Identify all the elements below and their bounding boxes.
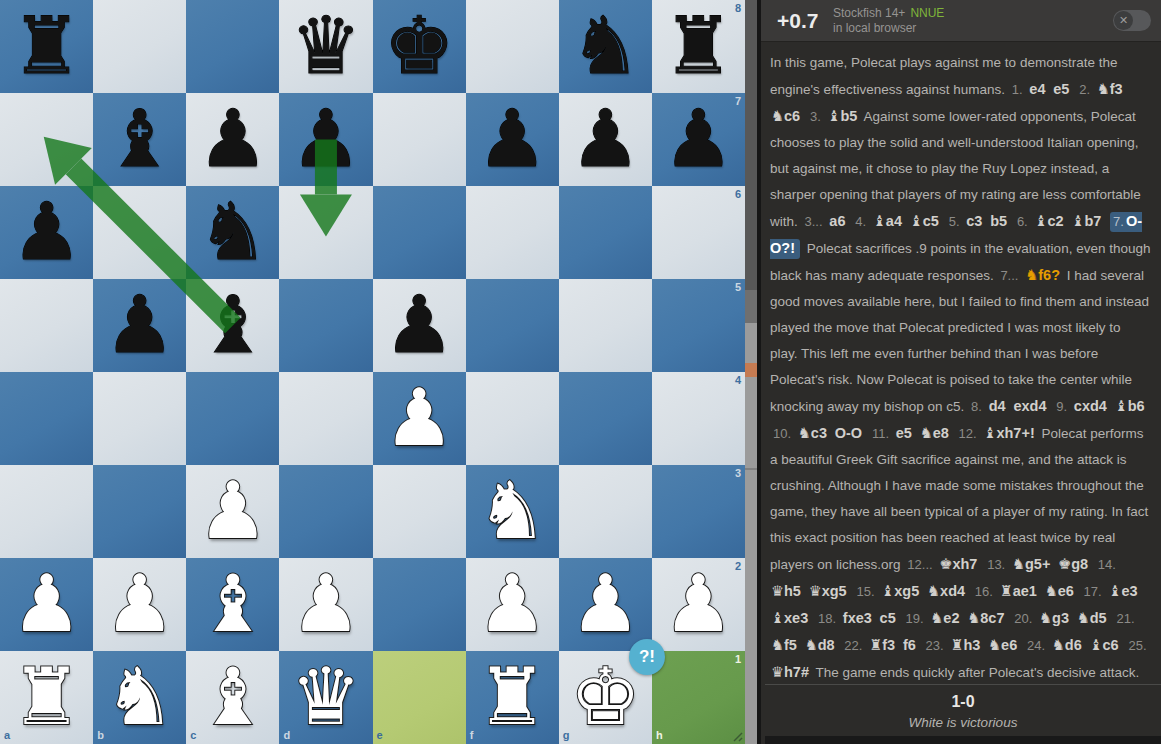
move-token[interactable]: e5 bbox=[1053, 81, 1069, 97]
move-token[interactable]: cxd4 bbox=[1074, 398, 1107, 414]
move-token[interactable]: ♝b5 bbox=[828, 108, 858, 124]
move-token[interactable]: ♞e2 bbox=[930, 610, 959, 626]
square-a4[interactable] bbox=[0, 372, 93, 465]
white-rook-a1[interactable]: ♜ bbox=[0, 651, 93, 744]
scrollbar-shade bbox=[745, 290, 757, 323]
move-token[interactable]: ♝xg5 bbox=[881, 583, 919, 599]
engine-eval: +0.7 bbox=[771, 9, 833, 33]
move-token[interactable]: ♞f3 bbox=[1097, 81, 1123, 97]
square-d5[interactable] bbox=[279, 279, 372, 372]
engine-header: +0.7 Stockfish 14+NNUE in local browser … bbox=[761, 0, 1161, 42]
square-h6[interactable]: 6 bbox=[652, 186, 745, 279]
square-d1[interactable]: ♛d bbox=[279, 651, 372, 744]
coordinate-file-g: g bbox=[563, 730, 570, 741]
white-knight-f3[interactable]: ♞ bbox=[466, 465, 559, 558]
black-pawn-c7[interactable]: ♟ bbox=[186, 93, 279, 186]
square-g8[interactable]: ♞ bbox=[559, 0, 652, 93]
black-pawn-e5[interactable]: ♟ bbox=[373, 279, 466, 372]
white-knight-b1[interactable]: ♞ bbox=[93, 651, 186, 744]
move-number: 7... bbox=[1000, 268, 1018, 283]
square-b3[interactable] bbox=[93, 465, 186, 558]
move-number: 18. bbox=[818, 611, 836, 626]
square-d3[interactable] bbox=[279, 465, 372, 558]
move-token[interactable]: f6 bbox=[903, 637, 916, 653]
move-token[interactable]: a6 bbox=[829, 213, 845, 229]
engine-name: Stockfish 14+NNUE bbox=[833, 6, 1113, 21]
square-c5[interactable]: ♝ bbox=[186, 279, 279, 372]
square-d8[interactable]: ♛ bbox=[279, 0, 372, 93]
white-pawn-e4[interactable]: ♟ bbox=[373, 372, 466, 465]
black-pawn-b5[interactable]: ♟ bbox=[93, 279, 186, 372]
black-pawn-a6[interactable]: ♟ bbox=[0, 186, 93, 279]
square-a5[interactable] bbox=[0, 279, 93, 372]
move-number: 19. bbox=[906, 611, 924, 626]
coordinate-file-d: d bbox=[283, 730, 290, 741]
move-number: 24. bbox=[1027, 638, 1045, 653]
white-bishop-c2[interactable]: ♝ bbox=[186, 558, 279, 651]
square-e2[interactable] bbox=[373, 558, 466, 651]
square-h7[interactable]: ♟7 bbox=[652, 93, 745, 186]
move-number: 8. bbox=[971, 399, 982, 414]
move-number: 25. bbox=[1128, 638, 1146, 653]
square-b5[interactable]: ♟ bbox=[93, 279, 186, 372]
move-token[interactable]: exd4 bbox=[1013, 398, 1046, 414]
chess-board[interactable]: ♜♛♚♞♜8♝♟♟♟♟♟7♟♞6♟♝♟5♟4♟♞3♟♟♝♟♟♟♟2♜a♞b♝c♛… bbox=[0, 0, 745, 744]
black-queen-d8[interactable]: ♛ bbox=[279, 0, 372, 93]
move-token[interactable]: ♝b6 bbox=[1115, 398, 1145, 414]
black-pawn-d7[interactable]: ♟ bbox=[279, 93, 372, 186]
square-g4[interactable] bbox=[559, 372, 652, 465]
move-token[interactable]: ♞f5 bbox=[771, 637, 797, 653]
game-result: 1-0 White is victorious bbox=[765, 684, 1161, 736]
move-number: 13. bbox=[987, 557, 1005, 572]
move-number: 23. bbox=[926, 638, 944, 653]
square-b4[interactable] bbox=[93, 372, 186, 465]
move-token[interactable]: ♞e8 bbox=[920, 425, 949, 441]
move-token[interactable]: ♛h5 bbox=[771, 583, 801, 599]
move-number: 11. bbox=[872, 426, 889, 441]
square-b8[interactable] bbox=[93, 0, 186, 93]
move-token[interactable]: ♞d6 bbox=[1052, 637, 1082, 653]
square-c6[interactable]: ♞ bbox=[186, 186, 279, 279]
square-b1[interactable]: ♞b bbox=[93, 651, 186, 744]
coordinate-rank-5: 5 bbox=[735, 282, 741, 293]
square-a2[interactable]: ♟ bbox=[0, 558, 93, 651]
move-number: 3... bbox=[805, 214, 823, 229]
square-g5[interactable] bbox=[559, 279, 652, 372]
move-token[interactable]: ♞xd4 bbox=[927, 583, 965, 599]
move-token[interactable]: ♞e6 bbox=[1045, 583, 1074, 599]
analysis-panel: +0.7 Stockfish 14+NNUE in local browser … bbox=[757, 0, 1161, 744]
move-token[interactable]: e5 bbox=[896, 425, 912, 441]
move-token[interactable]: ♞c3 bbox=[798, 425, 827, 441]
black-pawn-g7[interactable]: ♟ bbox=[559, 93, 652, 186]
scrollbar-divider bbox=[745, 468, 757, 470]
square-e6[interactable] bbox=[373, 186, 466, 279]
move-token[interactable]: ♚g8 bbox=[1058, 556, 1088, 572]
square-c3[interactable]: ♟ bbox=[186, 465, 279, 558]
coordinate-file-h: h bbox=[656, 730, 663, 741]
coordinate-file-a: a bbox=[4, 730, 10, 741]
move-number: 22. bbox=[844, 638, 862, 653]
square-f3[interactable]: ♞ bbox=[466, 465, 559, 558]
square-f1[interactable]: ♜f bbox=[466, 651, 559, 744]
square-e1[interactable]: e bbox=[373, 651, 466, 744]
square-g2[interactable]: ♟ bbox=[559, 558, 652, 651]
square-d6[interactable] bbox=[279, 186, 372, 279]
square-a3[interactable] bbox=[0, 465, 93, 558]
inaccuracy-badge-g1: ?! bbox=[629, 639, 665, 675]
annotated-moves: In this game, Polecat plays against me t… bbox=[761, 42, 1161, 683]
move-token[interactable]: ♜h3 bbox=[950, 637, 980, 653]
board-resize-handle[interactable] bbox=[731, 730, 743, 742]
comment-text: I had several good moves available here,… bbox=[770, 268, 1149, 414]
engine-location: in local browser bbox=[833, 21, 1113, 36]
move-token[interactable]: e4 bbox=[1029, 81, 1045, 97]
square-e4[interactable]: ♟ bbox=[373, 372, 466, 465]
move-number: 16. bbox=[975, 584, 993, 599]
move-number: 20. bbox=[1014, 611, 1032, 626]
move-token[interactable]: ♜f3 bbox=[869, 637, 895, 653]
coordinate-rank-4: 4 bbox=[735, 375, 741, 386]
panel-bottom-strip bbox=[765, 736, 1161, 744]
move-number: 6. bbox=[1017, 214, 1028, 229]
square-a8[interactable]: ♜ bbox=[0, 0, 93, 93]
move-number: 7. bbox=[1113, 214, 1124, 229]
move-number: 12. bbox=[959, 426, 977, 441]
square-b7[interactable]: ♝ bbox=[93, 93, 186, 186]
white-pawn-c3[interactable]: ♟ bbox=[186, 465, 279, 558]
move-token[interactable]: O-O bbox=[835, 425, 862, 441]
move-token[interactable]: ♞c6 bbox=[771, 108, 800, 124]
coordinate-rank-2: 2 bbox=[735, 561, 741, 572]
black-king-e8[interactable]: ♚ bbox=[373, 0, 466, 93]
black-knight-c6[interactable]: ♞ bbox=[186, 186, 279, 279]
square-c7[interactable]: ♟ bbox=[186, 93, 279, 186]
move-token[interactable]: ♞g5+ bbox=[1012, 556, 1050, 572]
square-h4[interactable]: 4 bbox=[652, 372, 745, 465]
nnue-badge: NNUE bbox=[910, 6, 944, 20]
black-bishop-b7[interactable]: ♝ bbox=[93, 93, 186, 186]
move-token[interactable]: ♞d8 bbox=[805, 637, 835, 653]
square-c2[interactable]: ♝ bbox=[186, 558, 279, 651]
square-a6[interactable]: ♟ bbox=[0, 186, 93, 279]
black-knight-g8[interactable]: ♞ bbox=[559, 0, 652, 93]
square-b6[interactable] bbox=[93, 186, 186, 279]
result-score: 1-0 bbox=[765, 691, 1161, 713]
comment-text: Against some lower-rated opponents, Pole… bbox=[770, 109, 1141, 229]
move-token[interactable]: ♛h7# bbox=[771, 664, 809, 680]
square-e3[interactable] bbox=[373, 465, 466, 558]
square-h5[interactable]: 5 bbox=[652, 279, 745, 372]
move-token[interactable]: ♞g3 bbox=[1039, 610, 1069, 626]
move-token[interactable]: fxe3 bbox=[843, 610, 872, 626]
coordinate-rank-6: 6 bbox=[735, 189, 741, 200]
square-d2[interactable]: ♟ bbox=[279, 558, 372, 651]
comment-text: The game ends quickly after Polecat's de… bbox=[816, 665, 1140, 680]
white-pawn-b2[interactable]: ♟ bbox=[93, 558, 186, 651]
square-f4[interactable] bbox=[466, 372, 559, 465]
white-rook-f1[interactable]: ♜ bbox=[466, 651, 559, 744]
scrollbar-marker bbox=[745, 363, 757, 377]
engine-toggle[interactable]: ✕ bbox=[1113, 10, 1151, 31]
move-token[interactable]: ♝b7 bbox=[1071, 213, 1101, 229]
move-token[interactable]: ♞8c7 bbox=[967, 610, 1004, 626]
comment-text: Polecat performs a beautiful Greek Gift … bbox=[770, 426, 1148, 572]
move-number: 17. bbox=[1084, 584, 1102, 599]
black-pawn-h7[interactable]: ♟ bbox=[652, 93, 745, 186]
engine-meta: Stockfish 14+NNUE in local browser bbox=[833, 6, 1113, 36]
square-f6[interactable] bbox=[466, 186, 559, 279]
square-h3[interactable]: 3 bbox=[652, 465, 745, 558]
square-c8[interactable] bbox=[186, 0, 279, 93]
square-f7[interactable]: ♟ bbox=[466, 93, 559, 186]
move-token[interactable]: c3 bbox=[966, 213, 982, 229]
square-f5[interactable] bbox=[466, 279, 559, 372]
move-token[interactable]: ♝a4 bbox=[873, 213, 902, 229]
coordinate-rank-8: 8 bbox=[735, 3, 741, 14]
white-pawn-f2[interactable]: ♟ bbox=[466, 558, 559, 651]
coordinate-file-b: b bbox=[97, 730, 104, 741]
square-a7[interactable] bbox=[0, 93, 93, 186]
black-bishop-c5[interactable]: ♝ bbox=[186, 279, 279, 372]
move-number: 21. bbox=[1116, 611, 1134, 626]
move-number: 14. bbox=[1098, 557, 1116, 572]
move-token[interactable]: ♝xh7+! bbox=[983, 425, 1034, 441]
square-e7[interactable] bbox=[373, 93, 466, 186]
square-g7[interactable]: ♟ bbox=[559, 93, 652, 186]
chess-board-area: ♜♛♚♞♜8♝♟♟♟♟♟7♟♞6♟♝♟5♟4♟♞3♟♟♝♟♟♟♟2♜a♞b♝c♛… bbox=[0, 0, 745, 744]
square-c4[interactable] bbox=[186, 372, 279, 465]
square-h2[interactable]: ♟2 bbox=[652, 558, 745, 651]
move-token[interactable]: ♝e3 bbox=[1108, 583, 1137, 599]
move-token[interactable]: ♛xg5 bbox=[809, 583, 847, 599]
move-token[interactable]: b5 bbox=[990, 213, 1007, 229]
coordinate-file-f: f bbox=[470, 730, 474, 741]
square-h8[interactable]: ♜8 bbox=[652, 0, 745, 93]
white-pawn-a2[interactable]: ♟ bbox=[0, 558, 93, 651]
move-number: 10. bbox=[773, 426, 791, 441]
black-rook-a8[interactable]: ♜ bbox=[0, 0, 93, 93]
engine-toggle-knob[interactable]: ✕ bbox=[1114, 11, 1133, 30]
engine-name-text: Stockfish 14+ bbox=[833, 6, 905, 20]
white-pawn-d2[interactable]: ♟ bbox=[279, 558, 372, 651]
move-number: 2. bbox=[1079, 82, 1090, 97]
square-c1[interactable]: ♝c bbox=[186, 651, 279, 744]
move-token[interactable]: ♞d5 bbox=[1077, 610, 1107, 626]
move-number: 1. bbox=[1012, 82, 1023, 97]
white-pawn-h2[interactable]: ♟ bbox=[652, 558, 745, 651]
white-queen-d1[interactable]: ♛ bbox=[279, 651, 372, 744]
white-pawn-g2[interactable]: ♟ bbox=[559, 558, 652, 651]
move-token[interactable]: ♝xe3 bbox=[771, 610, 808, 626]
square-g6[interactable] bbox=[559, 186, 652, 279]
move-token[interactable]: ♝c5 bbox=[910, 213, 939, 229]
coordinate-rank-1: 1 bbox=[735, 654, 741, 665]
coordinate-file-e: e bbox=[377, 730, 383, 741]
move-number: 15. bbox=[856, 584, 874, 599]
move-number: 3. bbox=[810, 109, 821, 124]
coordinate-rank-3: 3 bbox=[735, 468, 741, 479]
move-token[interactable]: ♝c2 bbox=[1035, 213, 1064, 229]
result-verdict: White is victorious bbox=[765, 713, 1161, 733]
square-b2[interactable]: ♟ bbox=[93, 558, 186, 651]
square-f2[interactable]: ♟ bbox=[466, 558, 559, 651]
coordinate-rank-7: 7 bbox=[735, 96, 741, 107]
move-token[interactable]: c5 bbox=[880, 610, 896, 626]
move-number: 4. bbox=[855, 214, 866, 229]
square-e5[interactable]: ♟ bbox=[373, 279, 466, 372]
black-pawn-f7[interactable]: ♟ bbox=[466, 93, 559, 186]
move-token[interactable]: d4 bbox=[989, 398, 1006, 414]
square-f8[interactable] bbox=[466, 0, 559, 93]
move-token[interactable]: ♜ae1 bbox=[1000, 583, 1037, 599]
move-token[interactable]: ♚xh7 bbox=[939, 556, 977, 572]
move-token[interactable]: ♝c6 bbox=[1090, 637, 1119, 653]
square-d4[interactable] bbox=[279, 372, 372, 465]
move-number: 5. bbox=[949, 214, 960, 229]
coordinate-file-c: c bbox=[190, 730, 196, 741]
scrollbar-thumb[interactable] bbox=[745, 0, 757, 290]
move-token[interactable]: ♞e6 bbox=[988, 637, 1017, 653]
white-bishop-c1[interactable]: ♝ bbox=[186, 651, 279, 744]
square-g3[interactable] bbox=[559, 465, 652, 558]
move-token[interactable]: ♞f6? bbox=[1025, 267, 1060, 283]
move-number: 9. bbox=[1056, 399, 1067, 414]
square-e8[interactable]: ♚ bbox=[373, 0, 466, 93]
square-a1[interactable]: ♜a bbox=[0, 651, 93, 744]
page-scrollbar[interactable] bbox=[745, 0, 757, 744]
move-number: 12... bbox=[907, 557, 932, 572]
black-rook-h8[interactable]: ♜ bbox=[652, 0, 745, 93]
square-d7[interactable]: ♟ bbox=[279, 93, 372, 186]
